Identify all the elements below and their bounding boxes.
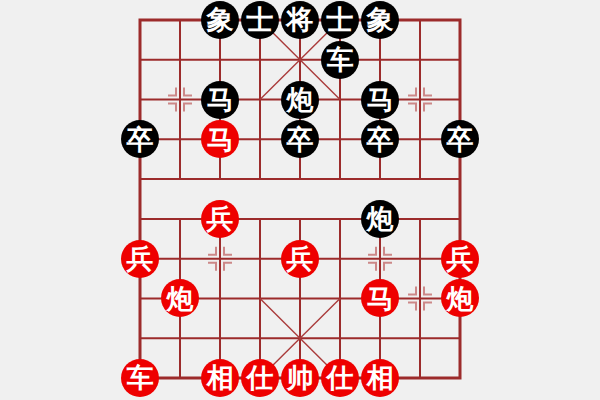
- piece-black-soldier[interactable]: 卒: [361, 120, 399, 158]
- point-6-3[interactable]: 卒: [360, 119, 400, 159]
- point-8-3[interactable]: 卒: [440, 119, 480, 159]
- piece-black-cannon[interactable]: 炮: [361, 200, 399, 238]
- point-0-5[interactable]: [120, 199, 160, 239]
- point-3-7[interactable]: [240, 278, 280, 318]
- point-8-6[interactable]: 兵: [440, 239, 480, 279]
- piece-black-horse[interactable]: 马: [361, 81, 399, 119]
- point-0-4[interactable]: [120, 159, 160, 199]
- point-1-9[interactable]: [160, 358, 200, 398]
- point-2-9[interactable]: 相: [200, 358, 240, 398]
- point-5-7[interactable]: [320, 278, 360, 318]
- point-7-5[interactable]: [400, 199, 440, 239]
- piece-red-horse[interactable]: 马: [201, 120, 239, 158]
- piece-red-chariot[interactable]: 车: [121, 359, 159, 397]
- piece-red-soldier[interactable]: 兵: [281, 240, 319, 278]
- point-8-9[interactable]: [440, 358, 480, 398]
- point-2-2[interactable]: 马: [200, 80, 240, 120]
- point-7-6[interactable]: [400, 239, 440, 279]
- piece-black-soldier[interactable]: 卒: [281, 120, 319, 158]
- point-5-9[interactable]: 仕: [320, 358, 360, 398]
- piece-black-cannon[interactable]: 炮: [281, 81, 319, 119]
- point-1-6[interactable]: [160, 239, 200, 279]
- point-8-8[interactable]: [440, 318, 480, 358]
- point-4-5[interactable]: [280, 199, 320, 239]
- point-5-8[interactable]: [320, 318, 360, 358]
- point-0-2[interactable]: [120, 80, 160, 120]
- point-6-0[interactable]: 象: [360, 0, 400, 40]
- xiangqi-screen: 象士将士象车马炮马卒马卒卒卒兵炮兵兵兵炮马炮车相仕帅仕相: [0, 0, 600, 400]
- piece-red-soldier[interactable]: 兵: [441, 240, 479, 278]
- point-3-2[interactable]: [240, 80, 280, 120]
- point-6-2[interactable]: 马: [360, 80, 400, 120]
- point-6-5[interactable]: 炮: [360, 199, 400, 239]
- point-2-8[interactable]: [200, 318, 240, 358]
- piece-black-chariot[interactable]: 车: [321, 41, 359, 79]
- point-5-4[interactable]: [320, 159, 360, 199]
- point-7-3[interactable]: [400, 119, 440, 159]
- point-2-1[interactable]: [200, 40, 240, 80]
- piece-red-elephant[interactable]: 相: [201, 359, 239, 397]
- point-0-0[interactable]: [120, 0, 160, 40]
- point-1-7[interactable]: 炮: [160, 278, 200, 318]
- point-4-0[interactable]: 将: [280, 0, 320, 40]
- point-1-5[interactable]: [160, 199, 200, 239]
- piece-red-cannon[interactable]: 炮: [441, 279, 479, 317]
- point-1-2[interactable]: [160, 80, 200, 120]
- piece-red-general[interactable]: 帅: [281, 359, 319, 397]
- point-0-1[interactable]: [120, 40, 160, 80]
- point-2-6[interactable]: [200, 239, 240, 279]
- piece-red-advisor[interactable]: 仕: [241, 359, 279, 397]
- point-4-7[interactable]: [280, 278, 320, 318]
- piece-red-soldier[interactable]: 兵: [201, 200, 239, 238]
- point-7-1[interactable]: [400, 40, 440, 80]
- point-1-1[interactable]: [160, 40, 200, 80]
- point-6-6[interactable]: [360, 239, 400, 279]
- point-3-4[interactable]: [240, 159, 280, 199]
- point-3-5[interactable]: [240, 199, 280, 239]
- point-6-7[interactable]: 马: [360, 278, 400, 318]
- point-5-0[interactable]: 士: [320, 0, 360, 40]
- point-0-9[interactable]: 车: [120, 358, 160, 398]
- piece-red-soldier[interactable]: 兵: [121, 240, 159, 278]
- piece-black-elephant[interactable]: 象: [361, 1, 399, 39]
- point-2-0[interactable]: 象: [200, 0, 240, 40]
- point-8-0[interactable]: [440, 0, 480, 40]
- piece-red-horse[interactable]: 马: [361, 279, 399, 317]
- point-5-1[interactable]: 车: [320, 40, 360, 80]
- piece-black-advisor[interactable]: 士: [241, 1, 279, 39]
- piece-black-soldier[interactable]: 卒: [441, 120, 479, 158]
- point-6-8[interactable]: [360, 318, 400, 358]
- piece-black-horse[interactable]: 马: [201, 81, 239, 119]
- point-3-6[interactable]: [240, 239, 280, 279]
- point-0-7[interactable]: [120, 278, 160, 318]
- point-7-9[interactable]: [400, 358, 440, 398]
- point-7-0[interactable]: [400, 0, 440, 40]
- piece-black-advisor[interactable]: 士: [321, 1, 359, 39]
- piece-red-advisor[interactable]: 仕: [321, 359, 359, 397]
- point-0-3[interactable]: 卒: [120, 119, 160, 159]
- point-8-1[interactable]: [440, 40, 480, 80]
- point-5-2[interactable]: [320, 80, 360, 120]
- point-1-0[interactable]: [160, 0, 200, 40]
- piece-red-elephant[interactable]: 相: [361, 359, 399, 397]
- point-3-0[interactable]: 士: [240, 0, 280, 40]
- point-0-6[interactable]: 兵: [120, 239, 160, 279]
- point-2-3[interactable]: 马: [200, 119, 240, 159]
- point-5-3[interactable]: [320, 119, 360, 159]
- point-4-3[interactable]: 卒: [280, 119, 320, 159]
- point-3-8[interactable]: [240, 318, 280, 358]
- point-1-3[interactable]: [160, 119, 200, 159]
- point-6-1[interactable]: [360, 40, 400, 80]
- point-2-7[interactable]: [200, 278, 240, 318]
- point-2-4[interactable]: [200, 159, 240, 199]
- point-6-4[interactable]: [360, 159, 400, 199]
- point-4-9[interactable]: 帅: [280, 358, 320, 398]
- point-1-8[interactable]: [160, 318, 200, 358]
- point-3-3[interactable]: [240, 119, 280, 159]
- point-8-7[interactable]: 炮: [440, 278, 480, 318]
- point-8-2[interactable]: [440, 80, 480, 120]
- point-8-5[interactable]: [440, 199, 480, 239]
- point-6-9[interactable]: 相: [360, 358, 400, 398]
- point-4-6[interactable]: 兵: [280, 239, 320, 279]
- point-8-4[interactable]: [440, 159, 480, 199]
- point-5-5[interactable]: [320, 199, 360, 239]
- point-4-4[interactable]: [280, 159, 320, 199]
- point-3-1[interactable]: [240, 40, 280, 80]
- point-5-6[interactable]: [320, 239, 360, 279]
- piece-red-cannon[interactable]: 炮: [161, 279, 199, 317]
- piece-black-soldier[interactable]: 卒: [121, 120, 159, 158]
- point-7-8[interactable]: [400, 318, 440, 358]
- point-7-4[interactable]: [400, 159, 440, 199]
- point-0-8[interactable]: [120, 318, 160, 358]
- xiangqi-board: 象士将士象车马炮马卒马卒卒卒兵炮兵兵兵炮马炮车相仕帅仕相: [120, 0, 480, 398]
- point-1-4[interactable]: [160, 159, 200, 199]
- point-7-2[interactable]: [400, 80, 440, 120]
- point-3-9[interactable]: 仕: [240, 358, 280, 398]
- point-2-5[interactable]: 兵: [200, 199, 240, 239]
- point-4-2[interactable]: 炮: [280, 80, 320, 120]
- point-4-8[interactable]: [280, 318, 320, 358]
- point-7-7[interactable]: [400, 278, 440, 318]
- point-4-1[interactable]: [280, 40, 320, 80]
- piece-black-elephant[interactable]: 象: [201, 1, 239, 39]
- piece-black-general[interactable]: 将: [281, 1, 319, 39]
